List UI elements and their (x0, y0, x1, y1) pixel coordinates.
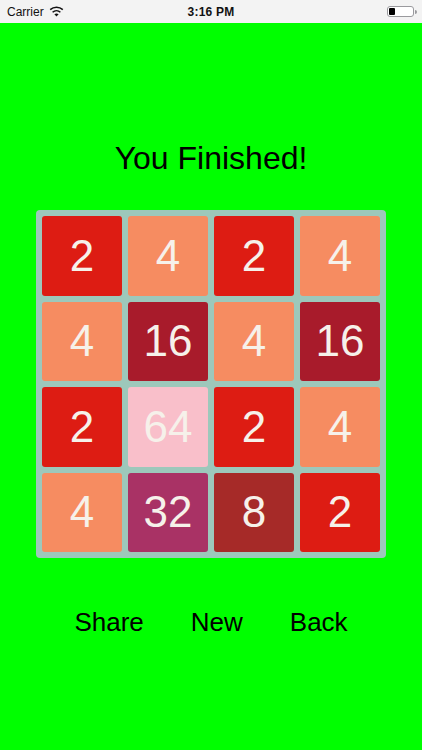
back-button[interactable]: Back (290, 606, 348, 638)
tile-2: 2 (42, 387, 122, 467)
clock: 3:16 PM (0, 5, 422, 19)
status-bar-right (387, 0, 417, 23)
battery-icon (387, 6, 417, 17)
tile-4: 4 (300, 216, 380, 296)
status-bar: Carrier 3:16 PM (0, 0, 422, 23)
tile-32: 32 (128, 473, 208, 553)
page-title: You Finished! (0, 140, 422, 177)
tile-64: 64 (128, 387, 208, 467)
tile-16: 16 (300, 302, 380, 382)
tile-4: 4 (300, 387, 380, 467)
board-grid: 24244164162642443282 (36, 210, 386, 558)
tile-2: 2 (42, 216, 122, 296)
tile-4: 4 (128, 216, 208, 296)
share-button[interactable]: Share (74, 606, 143, 638)
tile-16: 16 (128, 302, 208, 382)
tile-8: 8 (214, 473, 294, 553)
tile-2: 2 (300, 473, 380, 553)
button-row: Share New Back (0, 606, 422, 638)
tile-4: 4 (42, 473, 122, 553)
tile-4: 4 (214, 302, 294, 382)
tile-2: 2 (214, 387, 294, 467)
battery-fill (389, 8, 395, 15)
tile-2: 2 (214, 216, 294, 296)
tile-4: 4 (42, 302, 122, 382)
new-button[interactable]: New (191, 606, 243, 638)
